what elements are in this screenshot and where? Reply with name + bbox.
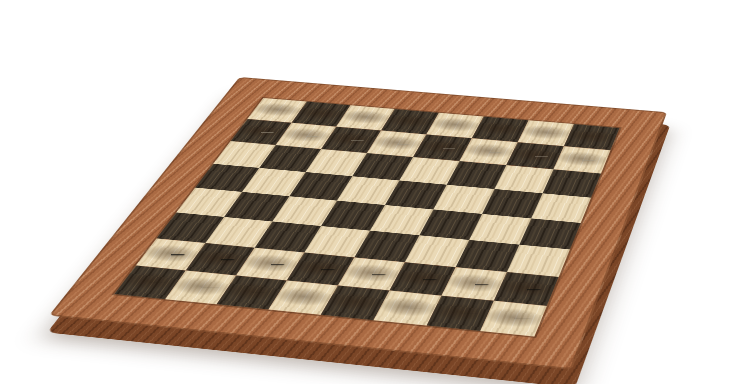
square-h8[interactable]: ♜ [480, 301, 546, 337]
square-h3[interactable] [543, 169, 601, 197]
chess-board: ♜♞♝♛♚♝♞♜♟♟♟♟♟♟♟♟♟♟♟♟♟♟♟♟♜♞♝♛♚♝♞♜ [49, 77, 667, 369]
black-bishop-glyph: ♝ [379, 250, 438, 315]
board-grid: ♜♞♝♛♚♝♞♜♟♟♟♟♟♟♟♟♟♟♟♟♟♟♟♟♜♞♝♛♚♝♞♜ [114, 98, 619, 336]
square-h2[interactable]: ♟ [553, 146, 610, 173]
perspective-scene: ♜♞♝♛♚♝♞♜♟♟♟♟♟♟♟♟♟♟♟♟♟♟♟♟♜♞♝♛♚♝♞♜ [0, 0, 751, 384]
black-knight-glyph: ♞ [172, 230, 230, 294]
chess-scene: ♜♞♝♛♚♝♞♜♟♟♟♟♟♟♟♟♟♟♟♟♟♟♟♟♜♞♝♛♚♝♞♜ [0, 0, 751, 384]
square-a5[interactable] [176, 188, 242, 217]
black-knight-glyph: ♞ [431, 255, 490, 321]
